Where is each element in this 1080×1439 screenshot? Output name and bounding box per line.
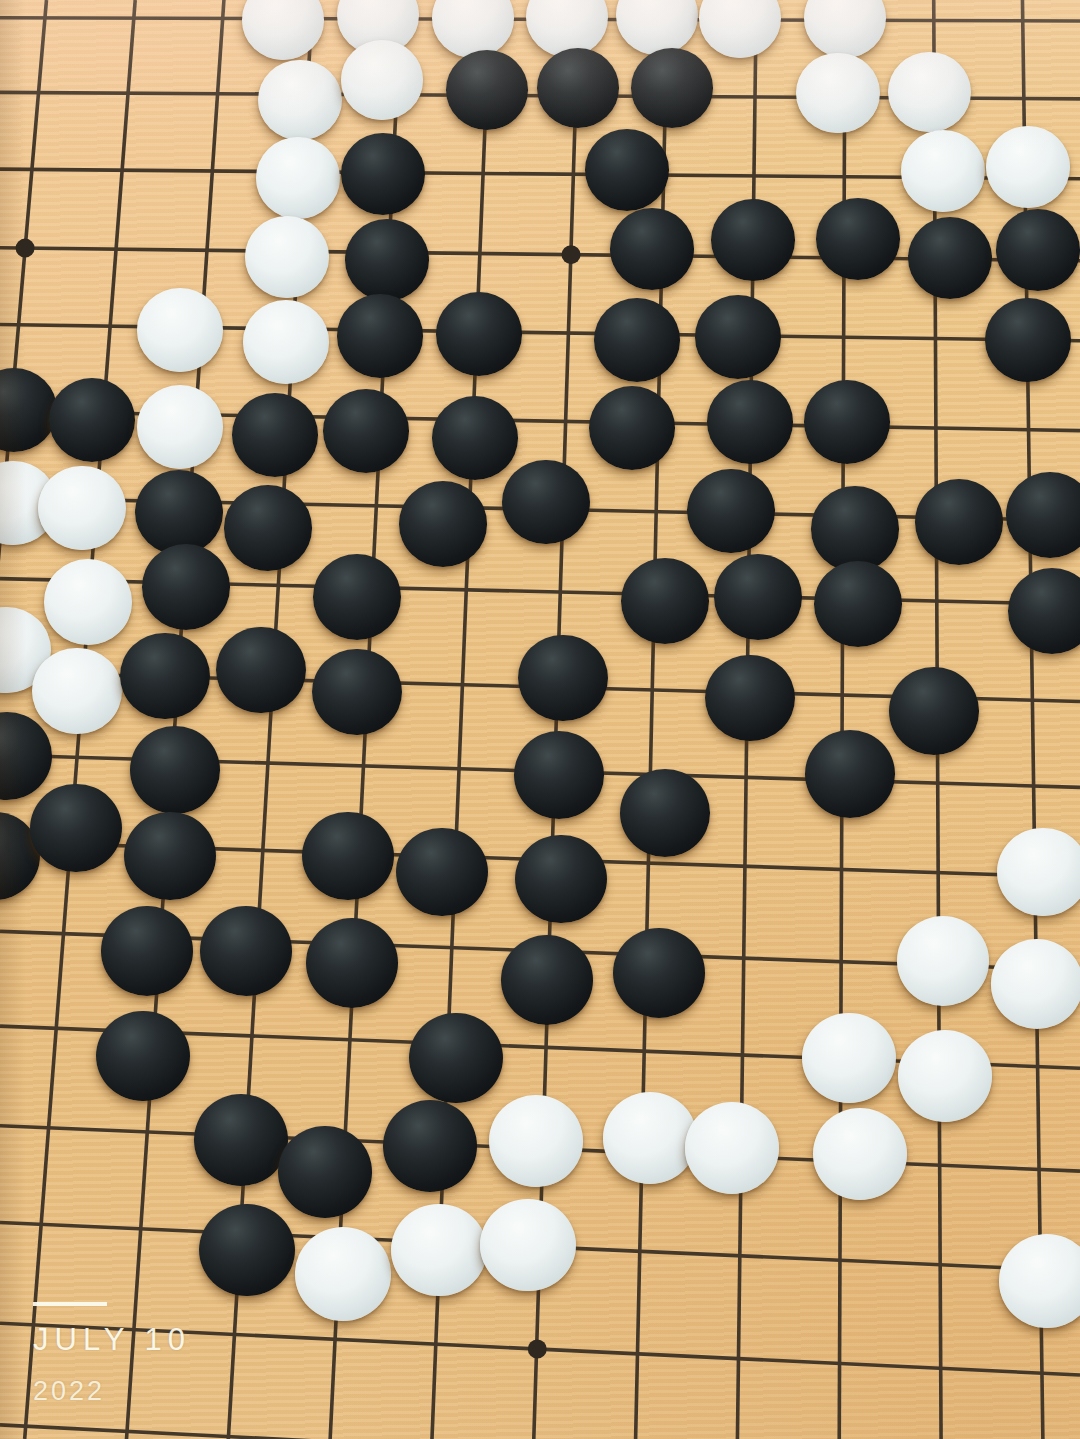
go-stone-black [130,726,220,814]
go-stone-black [589,386,676,470]
go-stone-white [804,0,886,58]
go-stone-black [0,368,57,452]
go-stone-black [396,828,488,917]
go-stone-white [432,0,514,58]
go-stone-white [997,828,1080,917]
go-stone-black [518,635,607,722]
go-stone-white [897,916,990,1006]
go-stone-black [711,199,796,281]
watermark-date: JULY 10 [33,1322,191,1358]
date-watermark: JULY 10 2022 [33,1302,191,1407]
go-stone-black [409,1013,503,1104]
go-stone-black [312,649,402,736]
go-stone-black [811,486,899,571]
go-stone-white [991,939,1080,1029]
go-stone-black [120,633,209,720]
go-stone-white [242,0,324,60]
go-stone-white [616,0,698,55]
watermark-rule [33,1302,107,1306]
watermark-year: 2022 [33,1376,191,1407]
go-stone-black [199,1204,295,1297]
go-stone-white [999,1234,1080,1327]
go-stone-white [341,40,424,120]
go-stone-white [888,52,971,133]
go-stone-white [796,53,879,134]
go-stone-black [514,731,605,819]
go-stone-black [537,48,620,128]
go-stone-black [1008,568,1080,654]
go-stone-black [695,295,781,378]
go-stone-white [44,559,133,645]
go-stone-black [96,1011,190,1102]
go-stone-white [137,385,224,469]
go-stone-black [501,935,594,1025]
go-stone-white [256,137,340,218]
go-stone-black [613,928,706,1018]
go-stone-black [996,209,1080,291]
go-stone-black [306,918,399,1008]
go-stone-black [0,712,52,800]
go-stone-black [432,396,519,480]
go-stone-black [224,485,312,570]
go-stone-black [436,292,522,375]
go-stone-black [1006,472,1080,557]
go-stone-black [383,1100,478,1192]
go-board-photo: JULY 10 2022 [0,0,1080,1439]
go-stone-black [232,393,319,477]
go-stone-black [278,1126,373,1218]
go-stone-black [323,389,410,473]
go-stone-black [399,481,487,566]
go-stone-white [137,288,223,371]
go-stone-black [814,561,903,647]
go-stone-white [38,466,126,551]
go-stone-white [391,1204,487,1297]
go-stone-black [194,1094,289,1186]
go-stone-black [620,769,711,857]
go-stone-black [985,298,1071,381]
go-stone-white [603,1092,698,1184]
go-stone-white [243,300,329,383]
stones-layer [0,0,1080,1439]
go-stone-black [908,217,993,299]
go-stone-black [816,198,901,280]
go-stone-white [489,1095,584,1187]
go-stone-white [685,1102,780,1194]
go-stone-white [898,1030,992,1121]
go-stone-black [705,655,795,742]
go-stone-black [101,906,193,996]
go-stone-black [502,460,590,545]
go-stone-black [446,50,529,131]
go-stone-black [714,554,803,640]
go-stone-black [49,378,136,462]
go-stone-black [915,479,1003,564]
go-stone-white [901,130,985,211]
go-stone-black [804,380,891,464]
go-stone-white [802,1013,896,1104]
go-stone-white [32,648,122,735]
go-stone-black [631,48,714,128]
go-stone-black [337,294,423,377]
go-stone-black [687,469,775,554]
go-stone-black [216,627,305,714]
go-stone-black [345,219,430,301]
go-stone-black [707,380,794,464]
go-stone-black [585,129,669,210]
go-stone-black [515,835,607,924]
go-stone-black [621,558,710,644]
go-stone-black [135,470,223,555]
go-stone-white [258,60,341,141]
go-stone-white [245,216,330,298]
go-stone-black [889,667,979,754]
go-stone-black [142,544,230,630]
go-stone-white [480,1199,576,1292]
go-stone-black [124,812,215,901]
go-stone-black [200,906,292,996]
go-stone-white [699,0,781,58]
go-stone-white [986,126,1070,207]
go-stone-black [594,298,680,381]
go-stone-black [610,208,695,290]
go-stone-black [30,784,121,872]
go-stone-black [302,812,393,901]
go-stone-black [313,554,402,640]
go-stone-white [813,1108,908,1200]
go-stone-white [295,1227,391,1320]
go-stone-black [805,730,896,818]
go-stone-black [341,133,425,214]
